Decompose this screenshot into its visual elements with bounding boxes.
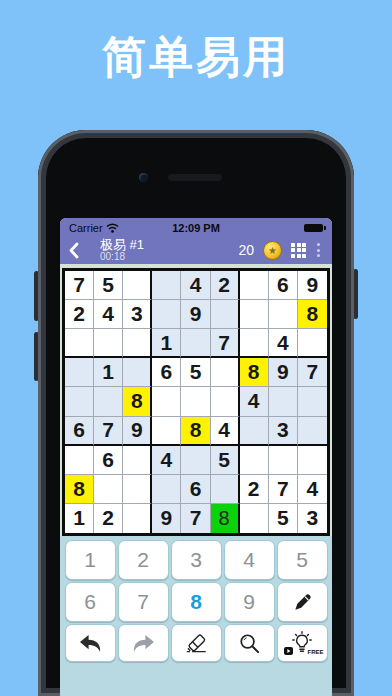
battery-icon	[304, 224, 323, 232]
banner-title: 简单易用	[0, 28, 392, 87]
cell-r6c1[interactable]: 6	[65, 417, 94, 446]
clock: 12:09 PM	[60, 222, 332, 234]
cell-r9c4[interactable]: 9	[152, 504, 181, 533]
key-2[interactable]: 2	[118, 540, 169, 580]
cell-r9c9[interactable]: 3	[298, 504, 327, 533]
cell-r7c4[interactable]: 4	[152, 446, 181, 475]
magnifier-button[interactable]	[224, 624, 275, 662]
cell-r2c6[interactable]	[211, 300, 240, 329]
cell-r4c5[interactable]: 5	[181, 358, 210, 387]
cell-r8c6[interactable]	[211, 475, 240, 504]
cell-r3c7[interactable]	[240, 329, 269, 358]
cell-r1c2[interactable]: 5	[94, 271, 123, 300]
number-pad-row-1: 1 2 3 4 5	[60, 540, 332, 580]
cell-r3c3[interactable]	[123, 329, 152, 358]
cell-r1c1[interactable]: 7	[65, 271, 94, 300]
cell-r6c9[interactable]	[298, 417, 327, 446]
chevron-left-icon	[68, 242, 79, 259]
cell-r7c7[interactable]	[240, 446, 269, 475]
redo-icon	[131, 633, 156, 654]
sudoku-board: 7542692439817416589784679843645862741297…	[62, 268, 330, 536]
cell-r7c6[interactable]: 5	[211, 446, 240, 475]
redo-button[interactable]	[118, 624, 169, 662]
cell-r7c5[interactable]	[181, 446, 210, 475]
key-3[interactable]: 3	[171, 540, 222, 580]
cell-r2c7[interactable]	[240, 300, 269, 329]
key-6[interactable]: 6	[65, 582, 116, 622]
cell-r2c3[interactable]: 3	[123, 300, 152, 329]
key-9[interactable]: 9	[224, 582, 275, 622]
cell-r7c2[interactable]: 6	[94, 446, 123, 475]
cell-r5c7[interactable]: 4	[240, 387, 269, 416]
pencil-key[interactable]	[277, 582, 328, 622]
cell-r2c5[interactable]: 9	[181, 300, 210, 329]
cell-r1c6[interactable]: 2	[211, 271, 240, 300]
cell-r8c4[interactable]	[152, 475, 181, 504]
cell-r4c4[interactable]: 6	[152, 358, 181, 387]
number-pad-row-2: 6 7 8 9	[60, 582, 332, 622]
cell-r8c9[interactable]: 4	[298, 475, 327, 504]
cell-r4c6[interactable]	[211, 358, 240, 387]
overflow-menu-icon[interactable]	[315, 241, 322, 259]
key-4[interactable]: 4	[224, 540, 275, 580]
cell-r3c8[interactable]: 4	[269, 329, 298, 358]
cell-r9c6[interactable]: 8	[211, 504, 240, 533]
cell-r5c4[interactable]	[152, 387, 181, 416]
cell-r2c2[interactable]: 4	[94, 300, 123, 329]
nav-bar: 极易 #1 00:18 20 ★	[60, 238, 332, 264]
video-ad-icon	[284, 647, 293, 655]
cell-r7c8[interactable]	[269, 446, 298, 475]
cell-r9c5[interactable]: 7	[181, 504, 210, 533]
cell-r7c1[interactable]	[65, 446, 94, 475]
pencil-icon	[292, 592, 313, 613]
cell-r6c2[interactable]: 7	[94, 417, 123, 446]
cell-r6c7[interactable]	[240, 417, 269, 446]
cell-r5c5[interactable]	[181, 387, 210, 416]
cell-r9c2[interactable]: 2	[94, 504, 123, 533]
cell-r1c8[interactable]: 6	[269, 271, 298, 300]
cell-r4c3[interactable]	[123, 358, 152, 387]
undo-icon	[78, 633, 103, 654]
free-label: FREE	[307, 649, 323, 655]
hint-button[interactable]: FREE	[277, 624, 328, 662]
speaker-grille	[168, 174, 222, 181]
cell-r4c2[interactable]: 1	[94, 358, 123, 387]
boards-grid-icon[interactable]	[291, 243, 306, 258]
magnifier-icon	[238, 632, 261, 655]
cell-r3c9[interactable]	[298, 329, 327, 358]
cell-r8c3[interactable]	[123, 475, 152, 504]
cell-r8c7[interactable]: 2	[240, 475, 269, 504]
cell-r1c7[interactable]	[240, 271, 269, 300]
input-controls: 1 2 3 4 5 6 7 8 9	[60, 536, 332, 696]
key-8[interactable]: 8	[171, 582, 222, 622]
cell-r1c4[interactable]	[152, 271, 181, 300]
cell-r5c1[interactable]	[65, 387, 94, 416]
cell-r8c5[interactable]: 6	[181, 475, 210, 504]
cell-r2c9[interactable]: 8	[298, 300, 327, 329]
cell-r9c8[interactable]: 5	[269, 504, 298, 533]
cell-r5c2[interactable]	[94, 387, 123, 416]
key-7[interactable]: 7	[118, 582, 169, 622]
cell-r8c8[interactable]: 7	[269, 475, 298, 504]
elapsed-timer: 00:18	[100, 252, 144, 263]
cell-r9c7[interactable]	[240, 504, 269, 533]
cell-r3c1[interactable]	[65, 329, 94, 358]
cell-r3c6[interactable]: 7	[211, 329, 240, 358]
cell-r6c8[interactable]: 3	[269, 417, 298, 446]
puzzle-title: 极易 #1	[100, 238, 144, 252]
front-camera	[139, 173, 148, 182]
cell-r4c1[interactable]	[65, 358, 94, 387]
back-button[interactable]	[68, 242, 94, 259]
eraser-button[interactable]	[171, 624, 222, 662]
key-1[interactable]: 1	[65, 540, 116, 580]
cell-r9c3[interactable]	[123, 504, 152, 533]
coin-count: 20	[238, 242, 254, 258]
cell-r4c9[interactable]: 7	[298, 358, 327, 387]
cell-r4c7[interactable]: 8	[240, 358, 269, 387]
cell-r8c2[interactable]	[94, 475, 123, 504]
cell-r9c1[interactable]: 1	[65, 504, 94, 533]
cell-r1c3[interactable]	[123, 271, 152, 300]
cell-r7c9[interactable]	[298, 446, 327, 475]
cell-r3c5[interactable]	[181, 329, 210, 358]
cell-r5c3[interactable]: 8	[123, 387, 152, 416]
status-bar: Carrier 12:09 PM	[60, 218, 332, 238]
cell-r2c1[interactable]: 2	[65, 300, 94, 329]
cell-r1c5[interactable]: 4	[181, 271, 210, 300]
cell-r6c3[interactable]: 9	[123, 417, 152, 446]
cell-r6c4[interactable]	[152, 417, 181, 446]
cell-r8c1[interactable]: 8	[65, 475, 94, 504]
key-5[interactable]: 5	[277, 540, 328, 580]
cell-r4c8[interactable]: 9	[269, 358, 298, 387]
cell-r5c6[interactable]	[211, 387, 240, 416]
eraser-icon	[184, 632, 209, 655]
cell-r5c8[interactable]	[269, 387, 298, 416]
app-screen: Carrier 12:09 PM 极易 #1 00:18 2	[60, 218, 332, 696]
cell-r2c4[interactable]	[152, 300, 181, 329]
cell-r3c4[interactable]: 1	[152, 329, 181, 358]
cell-r2c8[interactable]	[269, 300, 298, 329]
phone-frame: Carrier 12:09 PM 极易 #1 00:18 2	[38, 130, 354, 696]
cell-r7c3[interactable]	[123, 446, 152, 475]
cell-r3c2[interactable]	[94, 329, 123, 358]
coin-icon[interactable]: ★	[263, 241, 282, 260]
cell-r5c9[interactable]	[298, 387, 327, 416]
cell-r1c9[interactable]: 9	[298, 271, 327, 300]
toolbar: FREE	[60, 624, 332, 662]
undo-button[interactable]	[65, 624, 116, 662]
cell-r6c6[interactable]: 4	[211, 417, 240, 446]
cell-r6c5[interactable]: 8	[181, 417, 210, 446]
